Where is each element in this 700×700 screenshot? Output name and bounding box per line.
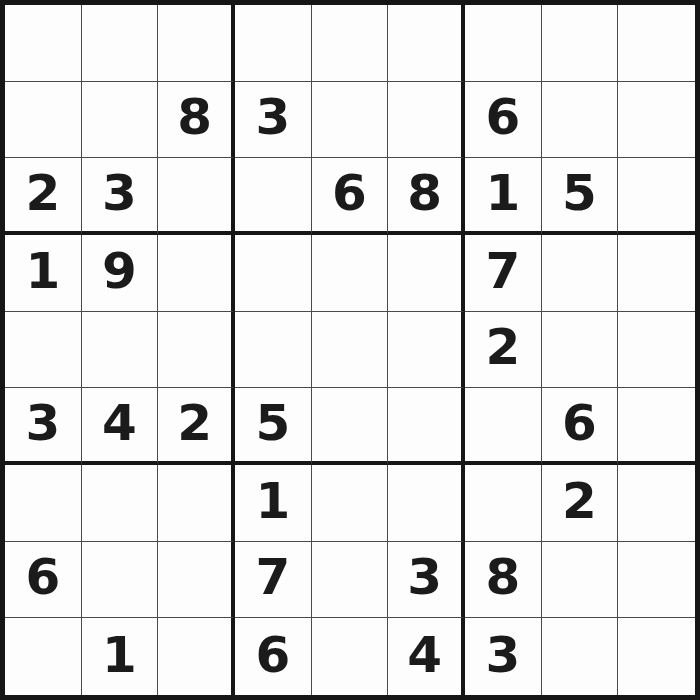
cell-r8c8-empty[interactable] — [542, 542, 619, 619]
cell-r5c2-empty[interactable] — [82, 312, 159, 389]
cell-r9c9-empty[interactable] — [618, 618, 695, 695]
cell-r9c4-given-6: 6 — [235, 618, 312, 695]
cell-r9c2-given-1: 1 — [82, 618, 159, 695]
cell-r7c8-given-2: 2 — [542, 465, 619, 542]
cell-r3c2-given-3: 3 — [82, 158, 159, 235]
cell-r1c1-empty[interactable] — [5, 5, 82, 82]
cell-r5c7-given-2: 2 — [465, 312, 542, 389]
cell-r4c8-empty[interactable] — [542, 235, 619, 312]
cell-r4c6-empty[interactable] — [388, 235, 465, 312]
cell-r4c5-empty[interactable] — [312, 235, 389, 312]
cell-r2c2-empty[interactable] — [82, 82, 159, 159]
cell-r3c6-given-8: 8 — [388, 158, 465, 235]
cell-r8c2-empty[interactable] — [82, 542, 159, 619]
cell-r7c5-empty[interactable] — [312, 465, 389, 542]
cell-r7c7-empty[interactable] — [465, 465, 542, 542]
cell-r1c6-empty[interactable] — [388, 5, 465, 82]
cell-r2c7-given-6: 6 — [465, 82, 542, 159]
cell-r1c4-empty[interactable] — [235, 5, 312, 82]
cell-r2c9-empty[interactable] — [618, 82, 695, 159]
cell-r5c5-empty[interactable] — [312, 312, 389, 389]
cell-r6c8-given-6: 6 — [542, 388, 619, 465]
cell-r5c1-empty[interactable] — [5, 312, 82, 389]
cell-r1c3-empty[interactable] — [158, 5, 235, 82]
cell-r3c4-empty[interactable] — [235, 158, 312, 235]
cell-r1c7-empty[interactable] — [465, 5, 542, 82]
cell-r4c2-given-9: 9 — [82, 235, 159, 312]
sudoku-puzzle: 8362368151972342561267381643 — [0, 0, 700, 700]
cell-r6c1-given-3: 3 — [5, 388, 82, 465]
cell-r3c7-given-1: 1 — [465, 158, 542, 235]
cell-r7c2-empty[interactable] — [82, 465, 159, 542]
cell-r7c4-given-1: 1 — [235, 465, 312, 542]
cell-r1c9-empty[interactable] — [618, 5, 695, 82]
cell-r5c8-empty[interactable] — [542, 312, 619, 389]
cell-r4c7-given-7: 7 — [465, 235, 542, 312]
cell-r8c3-empty[interactable] — [158, 542, 235, 619]
cell-r6c6-empty[interactable] — [388, 388, 465, 465]
cell-r9c7-given-3: 3 — [465, 618, 542, 695]
cell-r2c8-empty[interactable] — [542, 82, 619, 159]
cell-r4c9-empty[interactable] — [618, 235, 695, 312]
cell-r6c9-empty[interactable] — [618, 388, 695, 465]
cell-r6c3-given-2: 2 — [158, 388, 235, 465]
cell-r9c6-given-4: 4 — [388, 618, 465, 695]
cell-r8c6-given-3: 3 — [388, 542, 465, 619]
cell-r9c3-empty[interactable] — [158, 618, 235, 695]
cell-r5c9-empty[interactable] — [618, 312, 695, 389]
cell-r5c4-empty[interactable] — [235, 312, 312, 389]
cell-r7c3-empty[interactable] — [158, 465, 235, 542]
cell-r7c1-empty[interactable] — [5, 465, 82, 542]
sudoku-board: 8362368151972342561267381643 — [0, 0, 700, 700]
cell-r5c6-empty[interactable] — [388, 312, 465, 389]
cell-r3c9-empty[interactable] — [618, 158, 695, 235]
cell-r8c9-empty[interactable] — [618, 542, 695, 619]
cell-r6c2-given-4: 4 — [82, 388, 159, 465]
cell-r6c4-given-5: 5 — [235, 388, 312, 465]
cell-r2c4-given-3: 3 — [235, 82, 312, 159]
cell-r3c3-empty[interactable] — [158, 158, 235, 235]
cell-r1c2-empty[interactable] — [82, 5, 159, 82]
cell-r1c5-empty[interactable] — [312, 5, 389, 82]
cell-r3c8-given-5: 5 — [542, 158, 619, 235]
cell-r3c1-given-2: 2 — [5, 158, 82, 235]
cell-r3c5-given-6: 6 — [312, 158, 389, 235]
cell-r1c8-empty[interactable] — [542, 5, 619, 82]
cell-r8c5-empty[interactable] — [312, 542, 389, 619]
cell-r8c7-given-8: 8 — [465, 542, 542, 619]
cell-r9c1-empty[interactable] — [5, 618, 82, 695]
cell-r5c3-empty[interactable] — [158, 312, 235, 389]
cell-r4c4-empty[interactable] — [235, 235, 312, 312]
cell-r4c3-empty[interactable] — [158, 235, 235, 312]
cell-r2c6-empty[interactable] — [388, 82, 465, 159]
cell-r8c1-given-6: 6 — [5, 542, 82, 619]
cell-r4c1-given-1: 1 — [5, 235, 82, 312]
cell-r7c9-empty[interactable] — [618, 465, 695, 542]
cell-r6c7-empty[interactable] — [465, 388, 542, 465]
cell-r9c5-empty[interactable] — [312, 618, 389, 695]
cell-r6c5-empty[interactable] — [312, 388, 389, 465]
cell-r2c5-empty[interactable] — [312, 82, 389, 159]
cell-r7c6-empty[interactable] — [388, 465, 465, 542]
cell-r8c4-given-7: 7 — [235, 542, 312, 619]
cell-r2c1-empty[interactable] — [5, 82, 82, 159]
cell-r9c8-empty[interactable] — [542, 618, 619, 695]
cell-r2c3-given-8: 8 — [158, 82, 235, 159]
